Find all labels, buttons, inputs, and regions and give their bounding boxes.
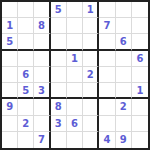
sudoku-cell-r3c9[interactable] — [132, 34, 148, 50]
sudoku-cell-r3c7[interactable] — [99, 34, 115, 50]
sudoku-cell-r8c9[interactable] — [132, 116, 148, 132]
sudoku-cell-r9c3[interactable]: 7 — [34, 132, 50, 148]
sudoku-cell-r1c3[interactable] — [34, 2, 50, 18]
sudoku-cell-r1c2[interactable] — [18, 2, 34, 18]
sudoku-cell-r3c4[interactable] — [51, 34, 67, 50]
sudoku-cell-r5c4[interactable] — [51, 67, 67, 83]
sudoku-cell-r5c9[interactable] — [132, 67, 148, 83]
sudoku-cell-r4c4[interactable] — [51, 51, 67, 67]
sudoku-cell-r1c1[interactable] — [2, 2, 18, 18]
sudoku-cell-r5c3[interactable] — [34, 67, 50, 83]
sudoku-cell-r9c7[interactable]: 4 — [99, 132, 115, 148]
sudoku-cell-r7c1[interactable]: 9 — [2, 99, 18, 115]
sudoku-cell-r1c4[interactable]: 5 — [51, 2, 67, 18]
sudoku-cell-r1c7[interactable] — [99, 2, 115, 18]
sudoku-cell-r2c6[interactable] — [83, 18, 99, 34]
sudoku-cell-r3c8[interactable]: 6 — [116, 34, 132, 50]
sudoku-cell-r1c8[interactable] — [116, 2, 132, 18]
sudoku-cell-r7c9[interactable] — [132, 99, 148, 115]
sudoku-cell-r1c5[interactable] — [67, 2, 83, 18]
sudoku-cell-r8c5[interactable]: 6 — [67, 116, 83, 132]
sudoku-cell-r7c2[interactable] — [18, 99, 34, 115]
sudoku-cell-r9c9[interactable] — [132, 132, 148, 148]
sudoku-cell-r2c4[interactable] — [51, 18, 67, 34]
sudoku-cell-r4c8[interactable] — [116, 51, 132, 67]
sudoku-cell-r5c8[interactable] — [116, 67, 132, 83]
sudoku-cell-r7c4[interactable]: 8 — [51, 99, 67, 115]
sudoku-cell-r3c6[interactable] — [83, 34, 99, 50]
sudoku-cell-r6c9[interactable]: 1 — [132, 83, 148, 99]
sudoku-cell-r9c1[interactable] — [2, 132, 18, 148]
sudoku-cell-r9c5[interactable] — [67, 132, 83, 148]
sudoku-cell-r8c7[interactable] — [99, 116, 115, 132]
sudoku-cell-r2c2[interactable] — [18, 18, 34, 34]
sudoku-cell-r3c1[interactable]: 5 — [2, 34, 18, 50]
sudoku-cell-r8c4[interactable]: 3 — [51, 116, 67, 132]
sudoku-cell-r8c2[interactable]: 2 — [18, 116, 34, 132]
sudoku-cell-r3c2[interactable] — [18, 34, 34, 50]
sudoku-cell-r2c8[interactable] — [116, 18, 132, 34]
sudoku-cell-r2c9[interactable] — [132, 18, 148, 34]
sudoku-cell-r7c6[interactable] — [83, 99, 99, 115]
sudoku-cell-r6c1[interactable] — [2, 83, 18, 99]
sudoku-cell-r7c5[interactable] — [67, 99, 83, 115]
sudoku-cell-r6c5[interactable] — [67, 83, 83, 99]
sudoku-cell-r6c6[interactable] — [83, 83, 99, 99]
sudoku-cell-r4c6[interactable] — [83, 51, 99, 67]
sudoku-cell-r4c1[interactable] — [2, 51, 18, 67]
sudoku-cell-r1c9[interactable] — [132, 2, 148, 18]
sudoku-cell-r9c8[interactable]: 9 — [116, 132, 132, 148]
sudoku-cell-r9c6[interactable] — [83, 132, 99, 148]
sudoku-cell-r2c3[interactable]: 8 — [34, 18, 50, 34]
sudoku-cell-r2c7[interactable]: 7 — [99, 18, 115, 34]
sudoku-cell-r6c8[interactable] — [116, 83, 132, 99]
sudoku-cell-r4c9[interactable]: 6 — [132, 51, 148, 67]
sudoku-cell-r6c3[interactable]: 3 — [34, 83, 50, 99]
sudoku-cell-r9c2[interactable] — [18, 132, 34, 148]
sudoku-cell-r4c3[interactable] — [34, 51, 50, 67]
sudoku-cell-r8c3[interactable] — [34, 116, 50, 132]
sudoku-cell-r6c2[interactable]: 5 — [18, 83, 34, 99]
sudoku-cell-r2c5[interactable] — [67, 18, 83, 34]
sudoku-cell-r3c3[interactable] — [34, 34, 50, 50]
sudoku-cell-r4c2[interactable] — [18, 51, 34, 67]
sudoku-cell-r4c7[interactable] — [99, 51, 115, 67]
sudoku-cell-r4c5[interactable]: 1 — [67, 51, 83, 67]
sudoku-board: 51187561662531982236749 — [0, 0, 150, 150]
sudoku-cell-r5c1[interactable] — [2, 67, 18, 83]
sudoku-cell-r8c8[interactable] — [116, 116, 132, 132]
sudoku-cell-r8c1[interactable] — [2, 116, 18, 132]
sudoku-cell-r7c3[interactable] — [34, 99, 50, 115]
sudoku-cell-r6c4[interactable] — [51, 83, 67, 99]
sudoku-cell-r1c6[interactable]: 1 — [83, 2, 99, 18]
sudoku-cell-r5c5[interactable] — [67, 67, 83, 83]
sudoku-cell-r5c6[interactable]: 2 — [83, 67, 99, 83]
sudoku-cell-r8c6[interactable] — [83, 116, 99, 132]
sudoku-cell-r6c7[interactable] — [99, 83, 115, 99]
sudoku-cell-r5c7[interactable] — [99, 67, 115, 83]
sudoku-cell-r5c2[interactable]: 6 — [18, 67, 34, 83]
sudoku-cell-r3c5[interactable] — [67, 34, 83, 50]
sudoku-cell-r2c1[interactable]: 1 — [2, 18, 18, 34]
sudoku-cell-r7c8[interactable]: 2 — [116, 99, 132, 115]
sudoku-cell-r7c7[interactable] — [99, 99, 115, 115]
sudoku-cell-r9c4[interactable] — [51, 132, 67, 148]
